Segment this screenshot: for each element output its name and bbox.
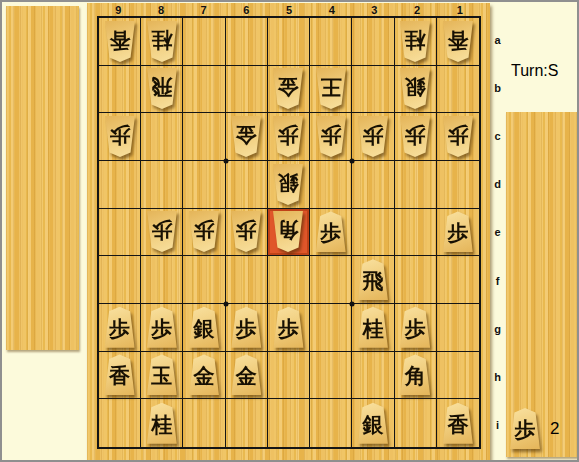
- board-grid-wrap: 香桂桂香飛金王銀歩金歩歩歩歩歩銀歩歩歩角歩歩飛歩歩銀歩歩桂歩香玉金金角桂銀香: [97, 16, 481, 449]
- koma-kanji: 飛: [151, 76, 172, 97]
- rank-label-i: i: [491, 401, 504, 449]
- koma-body: 歩: [229, 307, 263, 348]
- square-4b[interactable]: 王: [310, 66, 352, 114]
- square-2f[interactable]: [395, 256, 437, 304]
- koma-kanji: 香: [109, 29, 130, 50]
- koma-body: 銀: [398, 68, 432, 109]
- square-2c[interactable]: 歩: [395, 113, 437, 161]
- square-6h[interactable]: 金: [226, 352, 268, 400]
- koma-kanji: 香: [109, 366, 130, 387]
- file-label-2: 2: [396, 4, 439, 16]
- file-label-5: 5: [268, 4, 311, 16]
- square-2i[interactable]: [395, 399, 437, 447]
- shogi-board: 香桂桂香飛金王銀歩金歩歩歩歩歩銀歩歩歩角歩歩飛歩歩銀歩歩桂歩香玉金金角桂銀香: [97, 16, 481, 449]
- square-1e[interactable]: 歩: [437, 209, 479, 257]
- koma-kanji: 銀: [405, 76, 426, 97]
- gote-pawn-piece: 歩: [103, 116, 137, 157]
- koma-kanji: 角: [405, 366, 426, 387]
- square-3d[interactable]: [352, 161, 394, 209]
- koma-kanji: 歩: [405, 124, 426, 145]
- gote-pawn-piece: 歩: [229, 211, 263, 252]
- koma-body: 桂: [398, 21, 432, 62]
- square-1h[interactable]: [437, 352, 479, 400]
- gote-gold-piece: 金: [271, 68, 305, 109]
- sente-pawn-piece: 歩: [314, 211, 348, 252]
- koma-kanji: 桂: [405, 29, 426, 50]
- koma-body: 桂: [145, 403, 179, 444]
- sente-silver-piece: 銀: [187, 307, 221, 348]
- square-7i[interactable]: [183, 399, 225, 447]
- gote-pawn-piece: 歩: [145, 211, 179, 252]
- square-7b[interactable]: [183, 66, 225, 114]
- gote-rook-piece: 飛: [145, 68, 179, 109]
- sente-silver-piece: 銀: [356, 403, 390, 444]
- square-2e[interactable]: [395, 209, 437, 257]
- koma-kanji: 歩: [109, 124, 130, 145]
- square-5i[interactable]: [268, 399, 310, 447]
- rank-labels: abcdefghi: [491, 16, 504, 449]
- square-3e[interactable]: [352, 209, 394, 257]
- koma-kanji: 銀: [194, 319, 215, 340]
- square-6f[interactable]: [226, 256, 268, 304]
- square-6i[interactable]: [226, 399, 268, 447]
- koma-body: 歩: [441, 211, 475, 252]
- square-5g[interactable]: 歩: [268, 304, 310, 352]
- square-5d[interactable]: 銀: [268, 161, 310, 209]
- koma-body: 歩: [441, 116, 475, 157]
- square-3h[interactable]: [352, 352, 394, 400]
- sente-lance-piece: 香: [441, 403, 475, 444]
- square-2a[interactable]: 桂: [395, 18, 437, 66]
- square-4i[interactable]: [310, 399, 352, 447]
- gote-pawn-piece: 歩: [441, 116, 475, 157]
- square-6b[interactable]: [226, 66, 268, 114]
- koma-kanji: 歩: [320, 223, 341, 244]
- file-labels: 987654321: [97, 4, 481, 16]
- square-4c[interactable]: 歩: [310, 113, 352, 161]
- koma-kanji: 金: [278, 76, 299, 97]
- square-7d[interactable]: [183, 161, 225, 209]
- square-3g[interactable]: 桂: [352, 304, 394, 352]
- koma-body: 歩: [271, 116, 305, 157]
- gote-knight-piece: 桂: [398, 21, 432, 62]
- square-7e[interactable]: 歩: [183, 209, 225, 257]
- square-3f[interactable]: 飛: [352, 256, 394, 304]
- square-3i[interactable]: 銀: [352, 399, 394, 447]
- koma-body: 香: [441, 21, 475, 62]
- square-9d[interactable]: [99, 161, 141, 209]
- gote-king-piece: 王: [314, 68, 348, 109]
- rank-label-b: b: [491, 64, 504, 112]
- square-9i[interactable]: [99, 399, 141, 447]
- square-8f[interactable]: [141, 256, 183, 304]
- square-5a[interactable]: [268, 18, 310, 66]
- square-4a[interactable]: [310, 18, 352, 66]
- square-3c[interactable]: 歩: [352, 113, 394, 161]
- koma-body: 角: [398, 354, 432, 395]
- koma-body: 玉: [145, 354, 179, 395]
- square-7h[interactable]: 金: [183, 352, 225, 400]
- turn-indicator: Turn:S: [511, 62, 558, 80]
- square-3b[interactable]: [352, 66, 394, 114]
- koma-body: 歩: [314, 116, 348, 157]
- koma-kanji: 歩: [278, 319, 299, 340]
- koma-body: 歩: [145, 307, 179, 348]
- square-4g[interactable]: [310, 304, 352, 352]
- koma-body: 金: [271, 68, 305, 109]
- koma-kanji: 歩: [447, 223, 468, 244]
- square-8i[interactable]: 桂: [141, 399, 183, 447]
- sente-hand: 歩 2: [508, 408, 559, 449]
- square-4f[interactable]: [310, 256, 352, 304]
- square-8a[interactable]: 桂: [141, 18, 183, 66]
- koma-body: 王: [314, 68, 348, 109]
- square-7a[interactable]: [183, 18, 225, 66]
- koma-kanji: 金: [236, 124, 257, 145]
- koma-kanji: 角: [278, 219, 299, 240]
- square-1g[interactable]: [437, 304, 479, 352]
- square-1f[interactable]: [437, 256, 479, 304]
- square-5e[interactable]: 角: [268, 209, 310, 257]
- rank-label-h: h: [491, 353, 504, 401]
- gote-pawn-piece: 歩: [314, 116, 348, 157]
- koma-kanji: 銀: [278, 172, 299, 193]
- koma-body: 歩: [398, 307, 432, 348]
- koma-body: 歩: [103, 116, 137, 157]
- square-5b[interactable]: 金: [268, 66, 310, 114]
- sente-knight-piece: 桂: [145, 403, 179, 444]
- koma-kanji: 飛: [362, 271, 383, 292]
- koma-body: 銀: [271, 164, 305, 205]
- koma-body: 銀: [187, 307, 221, 348]
- square-8d[interactable]: [141, 161, 183, 209]
- koma-body: 角: [271, 211, 305, 252]
- gote-knight-piece: 桂: [145, 21, 179, 62]
- koma-body: 香: [103, 21, 137, 62]
- koma-body: 歩: [356, 116, 390, 157]
- rank-label-f: f: [491, 257, 504, 305]
- square-2h[interactable]: 角: [395, 352, 437, 400]
- koma-kanji: 金: [194, 366, 215, 387]
- sente-pawn-piece: 歩: [145, 307, 179, 348]
- koma-body: 桂: [356, 307, 390, 348]
- square-8c[interactable]: [141, 113, 183, 161]
- file-label-4: 4: [310, 4, 353, 16]
- koma-kanji: 歩: [236, 319, 257, 340]
- sente-pawn-piece: 歩: [441, 211, 475, 252]
- square-9f[interactable]: [99, 256, 141, 304]
- file-label-3: 3: [353, 4, 396, 16]
- file-label-1: 1: [438, 4, 481, 16]
- rank-label-a: a: [491, 16, 504, 64]
- square-7c[interactable]: [183, 113, 225, 161]
- koma-body: 香: [441, 403, 475, 444]
- square-2g[interactable]: 歩: [395, 304, 437, 352]
- koma-kanji: 金: [236, 366, 257, 387]
- square-1a[interactable]: 香: [437, 18, 479, 66]
- koma-body: 歩: [314, 211, 348, 252]
- square-9a[interactable]: 香: [99, 18, 141, 66]
- square-5f[interactable]: [268, 256, 310, 304]
- sente-gold-piece: 金: [187, 354, 221, 395]
- square-9e[interactable]: [99, 209, 141, 257]
- square-6g[interactable]: 歩: [226, 304, 268, 352]
- koma-kanji: 銀: [362, 415, 383, 436]
- sente-bishop-piece: 角: [398, 354, 432, 395]
- square-6a[interactable]: [226, 18, 268, 66]
- koma-body: 銀: [356, 403, 390, 444]
- square-9g[interactable]: 歩: [99, 304, 141, 352]
- koma-kanji: 歩: [278, 124, 299, 145]
- square-8h[interactable]: 玉: [141, 352, 183, 400]
- square-9h[interactable]: 香: [99, 352, 141, 400]
- koma-kanji: 歩: [194, 219, 215, 240]
- square-6c[interactable]: 金: [226, 113, 268, 161]
- koma-kanji: 玉: [151, 366, 172, 387]
- koma-body: 香: [103, 354, 137, 395]
- square-9c[interactable]: 歩: [99, 113, 141, 161]
- koma-kanji: 桂: [362, 319, 383, 340]
- sente-gold-piece: 金: [229, 354, 263, 395]
- square-5c[interactable]: 歩: [268, 113, 310, 161]
- koma-body: 金: [229, 354, 263, 395]
- koma-kanji: 香: [447, 415, 468, 436]
- file-label-6: 6: [225, 4, 268, 16]
- square-7g[interactable]: 銀: [183, 304, 225, 352]
- koma-kanji: 歩: [405, 319, 426, 340]
- square-1i[interactable]: 香: [437, 399, 479, 447]
- gote-silver-piece: 銀: [398, 68, 432, 109]
- square-1c[interactable]: 歩: [437, 113, 479, 161]
- koma-kanji: 歩: [151, 219, 172, 240]
- sente-captured-tray: 歩 2: [506, 112, 578, 457]
- koma-kanji: 歩: [109, 319, 130, 340]
- koma-body: 金: [229, 116, 263, 157]
- square-8b[interactable]: 飛: [141, 66, 183, 114]
- shogi-board-panel: 987654321 香桂桂香飛金王銀歩金歩歩歩歩歩銀歩歩歩角歩歩飛歩歩銀歩歩桂歩…: [87, 3, 490, 460]
- square-4e[interactable]: 歩: [310, 209, 352, 257]
- sente-rook-piece: 飛: [356, 259, 390, 300]
- sente-pawn-piece: 歩: [229, 307, 263, 348]
- koma-kanji: 桂: [151, 415, 172, 436]
- square-1b[interactable]: [437, 66, 479, 114]
- gote-pawn-piece: 歩: [187, 211, 221, 252]
- koma-body: 桂: [145, 21, 179, 62]
- koma-body: 飛: [356, 259, 390, 300]
- koma-body: 歩: [398, 116, 432, 157]
- square-8e[interactable]: 歩: [141, 209, 183, 257]
- square-6e[interactable]: 歩: [226, 209, 268, 257]
- file-label-9: 9: [97, 4, 140, 16]
- sente-king-piece: 玉: [145, 354, 179, 395]
- koma-kanji: 王: [320, 76, 341, 97]
- gote-captured-tray: [6, 6, 79, 350]
- square-4h[interactable]: [310, 352, 352, 400]
- file-label-7: 7: [182, 4, 225, 16]
- gote-pawn-piece: 歩: [398, 116, 432, 157]
- gote-silver-piece: 銀: [271, 164, 305, 205]
- koma-body: 金: [187, 354, 221, 395]
- sente-lance-piece: 香: [103, 354, 137, 395]
- sente-pawn-piece: 歩: [398, 307, 432, 348]
- rank-label-e: e: [491, 208, 504, 256]
- square-7f[interactable]: [183, 256, 225, 304]
- koma-body: 歩: [187, 211, 221, 252]
- koma-kanji: 香: [447, 29, 468, 50]
- square-4d[interactable]: [310, 161, 352, 209]
- square-1d[interactable]: [437, 161, 479, 209]
- koma-body: 歩: [103, 307, 137, 348]
- sente-hand-pawn[interactable]: 歩: [508, 408, 542, 449]
- sente-pawn-piece: 歩: [271, 307, 305, 348]
- square-3a[interactable]: [352, 18, 394, 66]
- koma-body: 歩: [271, 307, 305, 348]
- rank-label-c: c: [491, 112, 504, 160]
- koma-body: 歩: [229, 211, 263, 252]
- koma-kanji: 歩: [236, 219, 257, 240]
- square-2d[interactable]: [395, 161, 437, 209]
- koma-kanji: 桂: [151, 29, 172, 50]
- square-6d[interactable]: [226, 161, 268, 209]
- koma-kanji: 歩: [151, 319, 172, 340]
- gote-pawn-piece: 歩: [356, 116, 390, 157]
- square-9b[interactable]: [99, 66, 141, 114]
- pawn-piece: 歩: [508, 408, 542, 449]
- koma-body: 歩: [145, 211, 179, 252]
- koma-kanji: 歩: [447, 124, 468, 145]
- gote-pawn-piece: 歩: [271, 116, 305, 157]
- gote-lance-piece: 香: [103, 21, 137, 62]
- square-5h[interactable]: [268, 352, 310, 400]
- file-label-8: 8: [140, 4, 183, 16]
- sente-knight-piece: 桂: [356, 307, 390, 348]
- rank-label-d: d: [491, 160, 504, 208]
- koma-kanji: 歩: [320, 124, 341, 145]
- koma-body: 飛: [145, 68, 179, 109]
- gote-gold-piece: 金: [229, 116, 263, 157]
- rank-label-g: g: [491, 305, 504, 353]
- square-2b[interactable]: 銀: [395, 66, 437, 114]
- gote-bishop-piece: 角: [271, 211, 305, 252]
- gote-lance-piece: 香: [441, 21, 475, 62]
- square-8g[interactable]: 歩: [141, 304, 183, 352]
- sente-pawn-piece: 歩: [103, 307, 137, 348]
- sente-hand-pawn-count: 2: [550, 419, 559, 439]
- koma-kanji: 歩: [362, 124, 383, 145]
- shogi-app: 987654321 香桂桂香飛金王銀歩金歩歩歩歩歩銀歩歩歩角歩歩飛歩歩銀歩歩桂歩…: [0, 0, 579, 462]
